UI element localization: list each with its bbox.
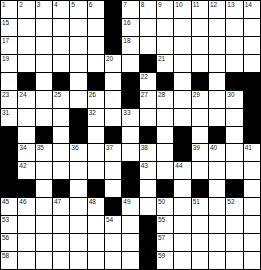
cell-r13-c12[interactable] <box>209 234 225 251</box>
clue-number-33: 33 <box>123 109 130 117</box>
cell-r2-c11[interactable] <box>192 37 208 54</box>
cell-r8-c13[interactable] <box>226 144 242 161</box>
clue-number-31: 31 <box>2 109 9 117</box>
cell-r7-c9[interactable] <box>157 127 173 144</box>
cell-r10-c12[interactable] <box>209 180 225 197</box>
clue-number-43: 43 <box>141 162 148 170</box>
clue-number-1: 1 <box>2 1 6 9</box>
cell-r2-c10[interactable] <box>174 37 190 54</box>
cell-r11-c4[interactable] <box>70 198 86 215</box>
clue-number-55: 55 <box>158 216 165 224</box>
cell-r14-c13[interactable] <box>226 252 242 269</box>
cell-r10-c10[interactable] <box>174 180 190 197</box>
cell-r10-c14[interactable] <box>244 180 260 197</box>
clue-number-12: 12 <box>210 1 217 9</box>
cell-r14-c0[interactable]: 58 <box>1 252 17 269</box>
black-cell-r10-c5 <box>88 180 104 197</box>
black-cell-r5-c7 <box>122 91 138 108</box>
cell-r3-c2[interactable] <box>36 55 52 72</box>
clue-number-29: 29 <box>193 91 200 99</box>
cell-r2-c13[interactable] <box>226 37 242 54</box>
cell-r11-c9[interactable]: 50 <box>157 198 173 215</box>
clue-number-20: 20 <box>106 55 113 63</box>
cell-r3-c9[interactable]: 21 <box>157 55 173 72</box>
cell-r8-c9[interactable] <box>157 144 173 161</box>
cell-r6-c13[interactable] <box>226 109 242 126</box>
clue-number-2: 2 <box>19 1 23 9</box>
cell-r7-c13[interactable] <box>226 127 242 144</box>
cell-r12-c11[interactable] <box>192 216 208 233</box>
cell-r0-c1[interactable]: 2 <box>18 1 34 18</box>
cell-r14-c12[interactable] <box>209 252 225 269</box>
cell-r2-c7[interactable]: 18 <box>122 37 138 54</box>
clue-number-58: 58 <box>2 252 9 260</box>
cell-r9-c14[interactable] <box>244 162 260 179</box>
cell-r13-c0[interactable]: 56 <box>1 234 17 251</box>
black-cell-r7-c14 <box>244 127 260 144</box>
cell-r8-c3[interactable] <box>53 144 69 161</box>
cell-r5-c10[interactable] <box>174 91 190 108</box>
cell-r1-c10[interactable] <box>174 19 190 36</box>
cell-r13-c14[interactable] <box>244 234 260 251</box>
black-cell-r10-c1 <box>18 180 34 197</box>
clue-number-15: 15 <box>2 19 9 27</box>
black-cell-r11-c6 <box>105 198 121 215</box>
clue-number-9: 9 <box>158 1 162 9</box>
clue-number-14: 14 <box>245 1 252 9</box>
cell-r12-c7[interactable] <box>122 216 138 233</box>
cell-r2-c3[interactable] <box>53 37 69 54</box>
cell-r1-c5[interactable] <box>88 19 104 36</box>
cell-r3-c12[interactable] <box>209 55 225 72</box>
cell-r0-c12[interactable]: 12 <box>209 1 225 18</box>
clue-number-57: 57 <box>158 234 165 242</box>
clue-number-40: 40 <box>210 144 217 152</box>
black-cell-r6-c14 <box>244 109 260 126</box>
clue-number-22: 22 <box>141 73 148 81</box>
cell-r14-c2[interactable] <box>36 252 52 269</box>
cell-r0-c2[interactable]: 3 <box>36 1 52 18</box>
cell-r5-c8[interactable]: 27 <box>140 91 156 108</box>
black-cell-r4-c11 <box>192 73 208 90</box>
clue-number-7: 7 <box>123 1 127 9</box>
cell-r12-c2[interactable] <box>36 216 52 233</box>
cell-r13-c3[interactable] <box>53 234 69 251</box>
black-cell-r4-c3 <box>53 73 69 90</box>
cell-r13-c10[interactable] <box>174 234 190 251</box>
black-cell-r4-c7 <box>122 73 138 90</box>
cell-r10-c4[interactable] <box>70 180 86 197</box>
cell-r9-c13[interactable] <box>226 162 242 179</box>
black-cell-r4-c9 <box>157 73 173 90</box>
clue-number-48: 48 <box>89 198 96 206</box>
black-cell-r10-c9 <box>157 180 173 197</box>
clue-number-35: 35 <box>37 144 44 152</box>
black-cell-r2-c6 <box>105 37 121 54</box>
cell-r0-c0[interactable]: 1 <box>1 1 17 18</box>
cell-r12-c13[interactable] <box>226 216 242 233</box>
cell-r9-c5[interactable] <box>88 162 104 179</box>
black-cell-r10-c3 <box>53 180 69 197</box>
cell-r11-c3[interactable]: 47 <box>53 198 69 215</box>
cell-r11-c5[interactable]: 48 <box>88 198 104 215</box>
clue-number-51: 51 <box>193 198 200 206</box>
cell-r9-c6[interactable] <box>105 162 121 179</box>
cell-r2-c2[interactable] <box>36 37 52 54</box>
cell-r9-c1[interactable]: 42 <box>18 162 34 179</box>
cell-r1-c4[interactable] <box>70 19 86 36</box>
black-cell-r13-c8 <box>140 234 156 251</box>
cell-r3-c4[interactable] <box>70 55 86 72</box>
black-cell-r7-c6 <box>105 127 121 144</box>
cell-r6-c11[interactable] <box>192 109 208 126</box>
cell-r9-c8[interactable]: 43 <box>140 162 156 179</box>
cell-r5-c1[interactable]: 24 <box>18 91 34 108</box>
cell-r0-c10[interactable]: 10 <box>174 1 190 18</box>
clue-number-34: 34 <box>19 144 26 152</box>
black-cell-r10-c11 <box>192 180 208 197</box>
clue-number-21: 21 <box>158 55 165 63</box>
cell-r5-c2[interactable] <box>36 91 52 108</box>
black-cell-r4-c5 <box>88 73 104 90</box>
cell-r4-c10[interactable] <box>174 73 190 90</box>
clue-number-26: 26 <box>89 91 96 99</box>
cell-r11-c10[interactable] <box>174 198 190 215</box>
cell-r6-c7[interactable]: 33 <box>122 109 138 126</box>
clue-number-44: 44 <box>175 162 182 170</box>
clue-number-30: 30 <box>227 91 234 99</box>
cell-r7-c3[interactable] <box>53 127 69 144</box>
cell-r13-c13[interactable] <box>226 234 242 251</box>
cell-r11-c1[interactable]: 46 <box>18 198 34 215</box>
cell-r5-c9[interactable]: 28 <box>157 91 173 108</box>
clue-number-46: 46 <box>19 198 26 206</box>
cell-r0-c14[interactable]: 14 <box>244 1 260 18</box>
cell-r9-c2[interactable] <box>36 162 52 179</box>
clue-number-28: 28 <box>158 91 165 99</box>
cell-r5-c13[interactable]: 30 <box>226 91 242 108</box>
cell-r1-c12[interactable] <box>209 19 225 36</box>
cell-r3-c1[interactable] <box>18 55 34 72</box>
clue-number-10: 10 <box>175 1 182 9</box>
cell-r8-c7[interactable] <box>122 144 138 161</box>
cell-r3-c10[interactable] <box>174 55 190 72</box>
cell-r4-c12[interactable] <box>209 73 225 90</box>
cell-r13-c4[interactable] <box>70 234 86 251</box>
cell-r8-c4[interactable]: 36 <box>70 144 86 161</box>
cell-r5-c0[interactable]: 23 <box>1 91 17 108</box>
cell-r1-c2[interactable] <box>36 19 52 36</box>
cell-r12-c12[interactable] <box>209 216 225 233</box>
cell-r11-c13[interactable]: 52 <box>226 198 242 215</box>
clue-number-19: 19 <box>2 55 9 63</box>
cell-r7-c5[interactable] <box>88 127 104 144</box>
black-cell-r3-c8 <box>140 55 156 72</box>
black-cell-r7-c12 <box>209 127 225 144</box>
cell-r11-c11[interactable]: 51 <box>192 198 208 215</box>
cell-r13-c11[interactable] <box>192 234 208 251</box>
cell-r14-c10[interactable] <box>174 252 190 269</box>
cell-r7-c7[interactable] <box>122 127 138 144</box>
cell-r2-c14[interactable] <box>244 37 260 54</box>
cell-r8-c12[interactable]: 40 <box>209 144 225 161</box>
clue-number-18: 18 <box>123 37 130 45</box>
cell-r9-c3[interactable] <box>53 162 69 179</box>
cell-r1-c0[interactable]: 15 <box>1 19 17 36</box>
clue-number-5: 5 <box>71 1 75 9</box>
cell-r14-c4[interactable] <box>70 252 86 269</box>
cell-r14-c1[interactable] <box>18 252 34 269</box>
cell-r4-c6[interactable] <box>105 73 121 90</box>
clue-number-32: 32 <box>89 109 96 117</box>
cell-r8-c2[interactable]: 35 <box>36 144 52 161</box>
cell-r2-c12[interactable] <box>209 37 225 54</box>
cell-r2-c1[interactable] <box>18 37 34 54</box>
cell-r14-c7[interactable] <box>122 252 138 269</box>
cell-r11-c0[interactable]: 45 <box>1 198 17 215</box>
cell-r14-c5[interactable] <box>88 252 104 269</box>
cell-r6-c2[interactable] <box>36 109 52 126</box>
clue-number-59: 59 <box>158 252 165 260</box>
cell-r10-c6[interactable] <box>105 180 121 197</box>
black-cell-r10-c0 <box>1 180 17 197</box>
cell-r11-c12[interactable] <box>209 198 225 215</box>
cell-r3-c5[interactable] <box>88 55 104 72</box>
cell-r3-c0[interactable]: 19 <box>1 55 17 72</box>
cell-r3-c7[interactable] <box>122 55 138 72</box>
clue-number-24: 24 <box>19 91 26 99</box>
clue-number-45: 45 <box>2 198 9 206</box>
clue-number-54: 54 <box>106 216 113 224</box>
clue-number-41: 41 <box>245 144 252 152</box>
black-cell-r14-c8 <box>140 252 156 269</box>
black-cell-r7-c10 <box>174 127 190 144</box>
clue-number-50: 50 <box>158 198 165 206</box>
black-cell-r6-c4 <box>70 109 86 126</box>
cell-r9-c11[interactable] <box>192 162 208 179</box>
cell-r12-c5[interactable] <box>88 216 104 233</box>
cell-r13-c7[interactable] <box>122 234 138 251</box>
cell-r1-c3[interactable] <box>53 19 69 36</box>
cell-r5-c3[interactable]: 25 <box>53 91 69 108</box>
cell-r1-c11[interactable] <box>192 19 208 36</box>
cell-r11-c2[interactable] <box>36 198 52 215</box>
cell-r9-c9[interactable] <box>157 162 173 179</box>
cell-r4-c0[interactable] <box>1 73 17 90</box>
clue-number-47: 47 <box>54 198 61 206</box>
cell-r0-c5[interactable]: 6 <box>88 1 104 18</box>
cell-r9-c12[interactable] <box>209 162 225 179</box>
cell-r0-c8[interactable]: 8 <box>140 1 156 18</box>
black-cell-r4-c13 <box>226 73 242 90</box>
cell-r1-c8[interactable] <box>140 19 156 36</box>
cell-r8-c6[interactable]: 37 <box>105 144 121 161</box>
cell-r3-c6[interactable]: 20 <box>105 55 121 72</box>
cell-r5-c4[interactable] <box>70 91 86 108</box>
clue-number-53: 53 <box>2 216 9 224</box>
cell-r1-c14[interactable] <box>244 19 260 36</box>
cell-r12-c3[interactable] <box>53 216 69 233</box>
cell-r2-c4[interactable] <box>70 37 86 54</box>
cell-r14-c9[interactable]: 59 <box>157 252 173 269</box>
cell-r0-c9[interactable]: 9 <box>157 1 173 18</box>
clue-number-49: 49 <box>123 198 130 206</box>
cell-r5-c11[interactable]: 29 <box>192 91 208 108</box>
black-cell-r1-c6 <box>105 19 121 36</box>
clue-number-27: 27 <box>141 91 148 99</box>
cell-r7-c11[interactable] <box>192 127 208 144</box>
cell-r12-c9[interactable]: 55 <box>157 216 173 233</box>
cell-r8-c8[interactable]: 38 <box>140 144 156 161</box>
cell-r3-c11[interactable] <box>192 55 208 72</box>
cell-r0-c13[interactable]: 13 <box>226 1 242 18</box>
cell-r4-c4[interactable] <box>70 73 86 90</box>
cell-r6-c6[interactable] <box>105 109 121 126</box>
cell-r1-c9[interactable] <box>157 19 173 36</box>
cell-r2-c8[interactable] <box>140 37 156 54</box>
black-cell-r8-c10 <box>174 144 190 161</box>
cell-r6-c9[interactable] <box>157 109 173 126</box>
cell-r1-c7[interactable]: 16 <box>122 19 138 36</box>
black-cell-r4-c1 <box>18 73 34 90</box>
cell-r3-c14[interactable] <box>244 55 260 72</box>
black-cell-r7-c8 <box>140 127 156 144</box>
cell-r2-c0[interactable]: 17 <box>1 37 17 54</box>
cell-r12-c0[interactable]: 53 <box>1 216 17 233</box>
cell-r6-c1[interactable] <box>18 109 34 126</box>
clue-number-6: 6 <box>89 1 93 9</box>
cell-r0-c4[interactable]: 5 <box>70 1 86 18</box>
cell-r14-c14[interactable] <box>244 252 260 269</box>
black-cell-r4-c14 <box>244 73 260 90</box>
clue-number-39: 39 <box>193 144 200 152</box>
clue-number-17: 17 <box>2 37 9 45</box>
clue-number-16: 16 <box>123 19 130 27</box>
cell-r1-c1[interactable] <box>18 19 34 36</box>
cell-r6-c10[interactable] <box>174 109 190 126</box>
cell-r13-c9[interactable]: 57 <box>157 234 173 251</box>
black-cell-r12-c8 <box>140 216 156 233</box>
black-cell-r7-c4 <box>70 127 86 144</box>
cell-r13-c5[interactable] <box>88 234 104 251</box>
cell-r6-c12[interactable] <box>209 109 225 126</box>
cell-r14-c6[interactable] <box>105 252 121 269</box>
cell-r13-c2[interactable] <box>36 234 52 251</box>
cell-r14-c11[interactable] <box>192 252 208 269</box>
cell-r6-c3[interactable] <box>53 109 69 126</box>
cell-r8-c1[interactable]: 34 <box>18 144 34 161</box>
clue-number-3: 3 <box>37 1 41 9</box>
black-cell-r0-c6 <box>105 1 121 18</box>
cell-r6-c0[interactable]: 31 <box>1 109 17 126</box>
clue-number-36: 36 <box>71 144 78 152</box>
cell-r13-c6[interactable] <box>105 234 121 251</box>
crossword-board: 1234567891011121314151617181920212223242… <box>0 0 261 270</box>
clue-number-37: 37 <box>106 144 113 152</box>
cell-r0-c11[interactable]: 11 <box>192 1 208 18</box>
black-cell-r7-c0 <box>1 127 17 144</box>
cell-r12-c14[interactable] <box>244 216 260 233</box>
cell-r6-c8[interactable] <box>140 109 156 126</box>
clue-number-38: 38 <box>141 144 148 152</box>
black-cell-r9-c7 <box>122 162 138 179</box>
black-cell-r8-c0 <box>1 144 17 161</box>
cell-r8-c14[interactable]: 41 <box>244 144 260 161</box>
cell-r9-c4[interactable] <box>70 162 86 179</box>
cell-r10-c2[interactable] <box>36 180 52 197</box>
black-cell-r9-c0 <box>1 162 17 179</box>
cell-r12-c1[interactable] <box>18 216 34 233</box>
black-cell-r10-c13 <box>226 180 242 197</box>
clue-number-52: 52 <box>227 198 234 206</box>
clue-number-11: 11 <box>193 1 200 9</box>
cell-r4-c2[interactable] <box>36 73 52 90</box>
clue-number-42: 42 <box>19 162 26 170</box>
cell-r7-c1[interactable] <box>18 127 34 144</box>
cell-r1-c13[interactable] <box>226 19 242 36</box>
cell-r8-c5[interactable] <box>88 144 104 161</box>
cell-r13-c1[interactable] <box>18 234 34 251</box>
cell-r4-c8[interactable]: 22 <box>140 73 156 90</box>
cell-r8-c11[interactable]: 39 <box>192 144 208 161</box>
cell-r6-c5[interactable]: 32 <box>88 109 104 126</box>
clue-number-56: 56 <box>2 234 9 242</box>
cell-r5-c12[interactable] <box>209 91 225 108</box>
black-cell-r7-c2 <box>36 127 52 144</box>
black-cell-r5-c14 <box>244 91 260 108</box>
clue-number-13: 13 <box>227 1 234 9</box>
cell-r3-c3[interactable] <box>53 55 69 72</box>
cell-r14-c3[interactable] <box>53 252 69 269</box>
cell-r12-c4[interactable] <box>70 216 86 233</box>
clue-number-25: 25 <box>54 91 61 99</box>
clue-number-8: 8 <box>141 1 145 9</box>
cell-r12-c6[interactable]: 54 <box>105 216 121 233</box>
black-cell-r10-c7 <box>122 180 138 197</box>
cell-r5-c5[interactable]: 26 <box>88 91 104 108</box>
cell-r11-c8[interactable] <box>140 198 156 215</box>
cell-r2-c9[interactable] <box>157 37 173 54</box>
cell-r11-c14[interactable] <box>244 198 260 215</box>
cell-r10-c8[interactable] <box>140 180 156 197</box>
cell-r2-c5[interactable] <box>88 37 104 54</box>
cell-r3-c13[interactable] <box>226 55 242 72</box>
cell-r12-c10[interactable] <box>174 216 190 233</box>
cell-r0-c3[interactable]: 4 <box>53 1 69 18</box>
cell-r11-c7[interactable]: 49 <box>122 198 138 215</box>
cell-r5-c6[interactable] <box>105 91 121 108</box>
clue-number-23: 23 <box>2 91 9 99</box>
clue-number-4: 4 <box>54 1 58 9</box>
cell-r0-c7[interactable]: 7 <box>122 1 138 18</box>
cell-r9-c10[interactable]: 44 <box>174 162 190 179</box>
